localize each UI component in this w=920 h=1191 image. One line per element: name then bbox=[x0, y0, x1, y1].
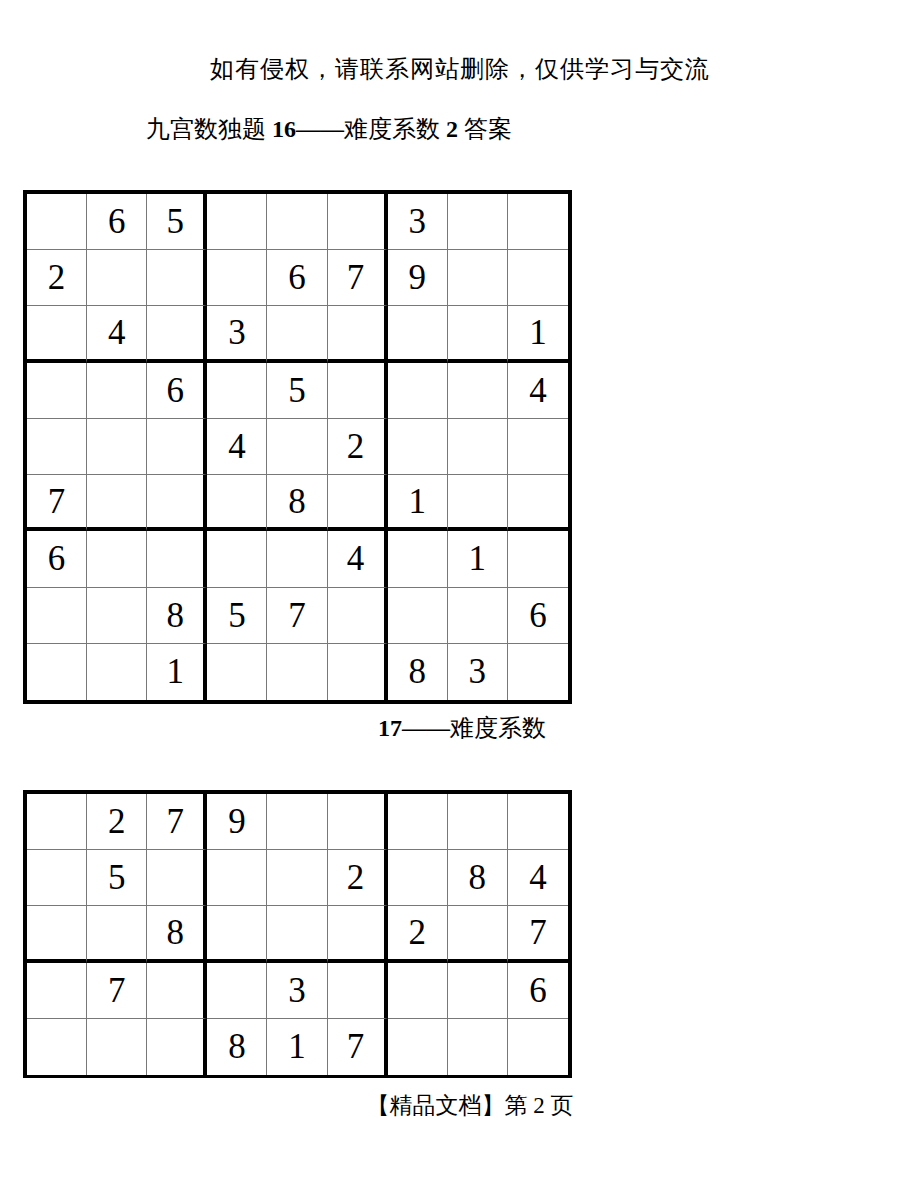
sudoku-cell-r4c2 bbox=[87, 363, 147, 419]
sudoku-cell-r7c6: 4 bbox=[328, 531, 388, 587]
sudoku-cell-r4c4 bbox=[207, 363, 267, 419]
sudoku-cell-r3c7: 2 bbox=[388, 906, 448, 962]
sudoku-cell-r4c7 bbox=[388, 963, 448, 1019]
sudoku-cell-r5c9 bbox=[508, 1019, 568, 1075]
sudoku-cell-r8c6 bbox=[328, 588, 388, 644]
sudoku-cell-r7c3 bbox=[147, 531, 207, 587]
sudoku-cell-r9c8: 3 bbox=[448, 644, 508, 700]
sudoku-cell-r8c3: 8 bbox=[147, 588, 207, 644]
sudoku-cell-r9c1 bbox=[27, 644, 87, 700]
sudoku-cell-r2c6: 7 bbox=[328, 250, 388, 306]
sudoku-cell-r6c4 bbox=[207, 475, 267, 531]
sudoku-cell-r4c3 bbox=[147, 963, 207, 1019]
sudoku-cell-r5c4: 4 bbox=[207, 419, 267, 475]
sudoku-cell-r4c9: 6 bbox=[508, 963, 568, 1019]
sudoku-cell-r1c6 bbox=[328, 794, 388, 850]
sudoku-cell-r3c3: 8 bbox=[147, 906, 207, 962]
sudoku-cell-r2c9: 4 bbox=[508, 850, 568, 906]
sudoku-cell-r3c6 bbox=[328, 906, 388, 962]
sudoku-cell-r5c6: 7 bbox=[328, 1019, 388, 1075]
sudoku-cell-r5c4: 8 bbox=[207, 1019, 267, 1075]
sudoku-cell-r6c1: 7 bbox=[27, 475, 87, 531]
sudoku-cell-r5c1 bbox=[27, 1019, 87, 1075]
sudoku-cell-r3c2: 4 bbox=[87, 306, 147, 362]
sudoku-cell-r4c8 bbox=[448, 363, 508, 419]
sudoku-cell-r2c1 bbox=[27, 850, 87, 906]
sudoku-cell-r4c7 bbox=[388, 363, 448, 419]
sudoku-cell-r2c8 bbox=[448, 250, 508, 306]
sudoku-cell-r1c3: 7 bbox=[147, 794, 207, 850]
sudoku-cell-r2c8: 8 bbox=[448, 850, 508, 906]
sudoku-cell-r5c2 bbox=[87, 1019, 147, 1075]
sudoku-cell-r7c2 bbox=[87, 531, 147, 587]
sudoku-cell-r2c4 bbox=[207, 850, 267, 906]
sudoku-cell-r6c2 bbox=[87, 475, 147, 531]
sudoku-cell-r3c8 bbox=[448, 306, 508, 362]
sudoku-cell-r5c1 bbox=[27, 419, 87, 475]
sudoku-cell-r5c2 bbox=[87, 419, 147, 475]
sudoku-cell-r7c1: 6 bbox=[27, 531, 87, 587]
sudoku-cell-r1c2: 2 bbox=[87, 794, 147, 850]
sudoku-cell-r1c3: 5 bbox=[147, 194, 207, 250]
sudoku-cell-r3c9: 7 bbox=[508, 906, 568, 962]
sudoku-grid-puzzle-17: 2795284827736817 bbox=[23, 790, 572, 1078]
sudoku-cell-r9c3: 1 bbox=[147, 644, 207, 700]
title-difficulty-label: 难度系数 bbox=[344, 116, 446, 142]
sudoku-cell-r6c7: 1 bbox=[388, 475, 448, 531]
sudoku-cell-r1c1 bbox=[27, 194, 87, 250]
sudoku-grid-puzzle-16: 6532679431654427816418576183 bbox=[23, 190, 572, 704]
sudoku-cell-r6c8 bbox=[448, 475, 508, 531]
sudoku-cell-r8c8 bbox=[448, 588, 508, 644]
sudoku-cell-r5c8 bbox=[448, 1019, 508, 1075]
sudoku-cell-r4c1 bbox=[27, 363, 87, 419]
sudoku-cell-r8c9: 6 bbox=[508, 588, 568, 644]
sudoku-cell-r3c8 bbox=[448, 906, 508, 962]
sudoku-cell-r3c5 bbox=[267, 906, 327, 962]
sudoku-cell-r5c3 bbox=[147, 1019, 207, 1075]
sudoku-cell-r2c3 bbox=[147, 250, 207, 306]
sudoku-cell-r4c5: 5 bbox=[267, 363, 327, 419]
title-puzzle-number: 16—— bbox=[272, 116, 344, 142]
sudoku-cell-r7c5 bbox=[267, 531, 327, 587]
title-difficulty-value: 2 bbox=[446, 116, 458, 142]
sudoku-cell-r1c8 bbox=[448, 194, 508, 250]
sudoku-cell-r3c9: 1 bbox=[508, 306, 568, 362]
sudoku-cell-r3c6 bbox=[328, 306, 388, 362]
sudoku-cell-r2c9 bbox=[508, 250, 568, 306]
sudoku-cell-r6c9 bbox=[508, 475, 568, 531]
sudoku-cell-r2c2 bbox=[87, 250, 147, 306]
sudoku-cell-r5c9 bbox=[508, 419, 568, 475]
sudoku-cell-r1c2: 6 bbox=[87, 194, 147, 250]
sudoku-cell-r2c7 bbox=[388, 850, 448, 906]
sudoku-cell-r1c4 bbox=[207, 194, 267, 250]
sudoku-cell-r9c4 bbox=[207, 644, 267, 700]
sudoku-cell-r4c6 bbox=[328, 363, 388, 419]
sudoku-cell-r5c6: 2 bbox=[328, 419, 388, 475]
sudoku-cell-r3c7 bbox=[388, 306, 448, 362]
sudoku-cell-r1c9 bbox=[508, 794, 568, 850]
sudoku-cell-r3c2 bbox=[87, 906, 147, 962]
sudoku-cell-r4c9: 4 bbox=[508, 363, 568, 419]
sudoku-cell-r2c1: 2 bbox=[27, 250, 87, 306]
sudoku-cell-r1c5 bbox=[267, 794, 327, 850]
sudoku-cell-r9c7: 8 bbox=[388, 644, 448, 700]
sudoku-cell-r6c5: 8 bbox=[267, 475, 327, 531]
sudoku-cell-r2c5: 6 bbox=[267, 250, 327, 306]
sudoku-cell-r2c3 bbox=[147, 850, 207, 906]
page-footer: 【精品文档】第 2 页 bbox=[10, 1090, 920, 1121]
sudoku-cell-r1c9 bbox=[508, 194, 568, 250]
sudoku-cell-r1c7 bbox=[388, 794, 448, 850]
sudoku-cell-r2c6: 2 bbox=[328, 850, 388, 906]
sudoku-cell-r9c9 bbox=[508, 644, 568, 700]
sudoku-cell-r9c2 bbox=[87, 644, 147, 700]
sudoku-cell-r7c9 bbox=[508, 531, 568, 587]
sudoku-cell-r5c7 bbox=[388, 1019, 448, 1075]
sudoku-cell-r8c4: 5 bbox=[207, 588, 267, 644]
sudoku-cell-r7c4 bbox=[207, 531, 267, 587]
page-title: 九宫数独题 16——难度系数 2 答案 bbox=[146, 113, 512, 145]
sudoku-cell-r1c7: 3 bbox=[388, 194, 448, 250]
sudoku-cell-r5c8 bbox=[448, 419, 508, 475]
section-label-number: 17—— bbox=[378, 715, 450, 741]
sudoku-cell-r9c5 bbox=[267, 644, 327, 700]
sudoku-cell-r4c2: 7 bbox=[87, 963, 147, 1019]
sudoku-cell-r2c7: 9 bbox=[388, 250, 448, 306]
sudoku-cell-r3c1 bbox=[27, 906, 87, 962]
sudoku-cell-r7c8: 1 bbox=[448, 531, 508, 587]
sudoku-cell-r2c4 bbox=[207, 250, 267, 306]
sudoku-cell-r8c2 bbox=[87, 588, 147, 644]
sudoku-cell-r5c5 bbox=[267, 419, 327, 475]
sudoku-cell-r8c7 bbox=[388, 588, 448, 644]
sudoku-cell-r1c8 bbox=[448, 794, 508, 850]
sudoku-cell-r3c3 bbox=[147, 306, 207, 362]
sudoku-cell-r5c3 bbox=[147, 419, 207, 475]
sudoku-cell-r2c2: 5 bbox=[87, 850, 147, 906]
sudoku-cell-r3c4 bbox=[207, 906, 267, 962]
sudoku-cell-r4c4 bbox=[207, 963, 267, 1019]
sudoku-cell-r6c3 bbox=[147, 475, 207, 531]
sudoku-cell-r4c8 bbox=[448, 963, 508, 1019]
sudoku-cell-r6c6 bbox=[328, 475, 388, 531]
document-page: 如有侵权，请联系网站删除，仅供学习与交流 九宫数独题 16——难度系数 2 答案… bbox=[0, 0, 920, 1191]
sudoku-cell-r4c1 bbox=[27, 963, 87, 1019]
sudoku-cell-r5c5: 1 bbox=[267, 1019, 327, 1075]
sudoku-cell-r5c7 bbox=[388, 419, 448, 475]
sudoku-cell-r1c5 bbox=[267, 194, 327, 250]
sudoku-cell-r9c6 bbox=[328, 644, 388, 700]
sudoku-cell-r4c3: 6 bbox=[147, 363, 207, 419]
sudoku-cell-r4c6 bbox=[328, 963, 388, 1019]
sudoku-cell-r1c1 bbox=[27, 794, 87, 850]
sudoku-cell-r8c1 bbox=[27, 588, 87, 644]
sudoku-cell-r4c5: 3 bbox=[267, 963, 327, 1019]
title-prefix: 九宫数独题 bbox=[146, 116, 272, 142]
disclaimer-text: 如有侵权，请联系网站删除，仅供学习与交流 bbox=[0, 53, 920, 85]
sudoku-cell-r2c5 bbox=[267, 850, 327, 906]
sudoku-cell-r8c5: 7 bbox=[267, 588, 327, 644]
sudoku-cell-r3c1 bbox=[27, 306, 87, 362]
section-label-puzzle-17: 17——难度系数 bbox=[378, 712, 546, 744]
title-answer-suffix: 答案 bbox=[458, 116, 512, 142]
sudoku-cell-r1c6 bbox=[328, 194, 388, 250]
sudoku-cell-r3c5 bbox=[267, 306, 327, 362]
section-label-text: 难度系数 bbox=[450, 715, 546, 741]
sudoku-cell-r7c7 bbox=[388, 531, 448, 587]
sudoku-cell-r3c4: 3 bbox=[207, 306, 267, 362]
sudoku-cell-r1c4: 9 bbox=[207, 794, 267, 850]
